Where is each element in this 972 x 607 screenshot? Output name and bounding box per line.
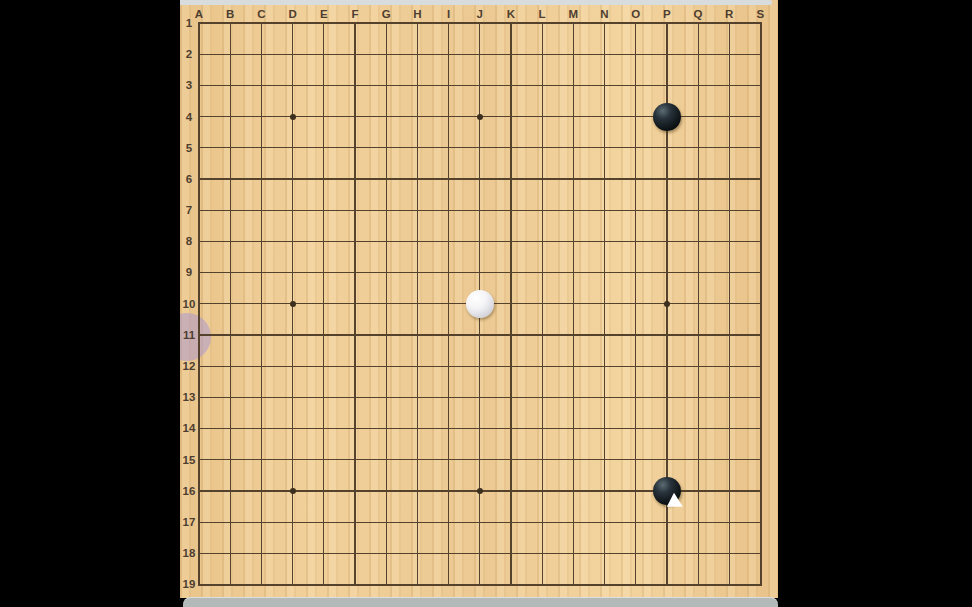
star-point bbox=[477, 488, 483, 494]
window-edge-bottom bbox=[183, 597, 778, 607]
star-point bbox=[477, 114, 483, 120]
star-point bbox=[290, 301, 296, 307]
screen: { "game": "go", "board": { "size": 19, "… bbox=[0, 0, 972, 607]
star-point bbox=[290, 488, 296, 494]
stone-black-p4[interactable] bbox=[653, 103, 681, 131]
window-edge-top bbox=[180, 0, 772, 5]
star-point bbox=[290, 114, 296, 120]
board-grid[interactable] bbox=[183, 7, 776, 600]
stone-white-j10[interactable] bbox=[466, 290, 494, 318]
last-move-marker bbox=[667, 493, 683, 507]
go-board-panel: ABCDEFGHIJKLMNOPQRS 12345678910111213141… bbox=[180, 0, 778, 607]
stone-black-p16[interactable] bbox=[653, 477, 681, 505]
star-point bbox=[664, 301, 670, 307]
